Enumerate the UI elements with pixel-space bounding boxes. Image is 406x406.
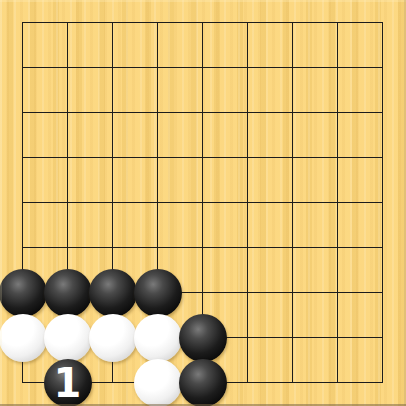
intersection[interactable] — [360, 180, 405, 225]
intersection[interactable] — [135, 135, 180, 180]
intersection[interactable] — [135, 0, 180, 45]
intersection[interactable] — [315, 0, 360, 45]
intersection[interactable] — [315, 360, 360, 405]
intersection[interactable] — [90, 360, 135, 405]
intersection[interactable] — [45, 0, 90, 45]
intersection[interactable] — [90, 135, 135, 180]
intersection[interactable] — [180, 270, 225, 315]
intersection[interactable] — [180, 225, 225, 270]
intersection[interactable] — [135, 180, 180, 225]
intersection[interactable] — [45, 135, 90, 180]
intersection[interactable] — [135, 225, 180, 270]
intersection[interactable] — [270, 270, 315, 315]
intersection[interactable] — [135, 315, 180, 360]
intersection[interactable] — [45, 315, 90, 360]
intersection[interactable] — [45, 225, 90, 270]
intersection[interactable] — [360, 0, 405, 45]
intersection[interactable] — [180, 90, 225, 135]
intersection[interactable] — [135, 360, 180, 405]
intersection[interactable] — [360, 225, 405, 270]
intersection[interactable] — [360, 90, 405, 135]
intersection[interactable] — [90, 225, 135, 270]
intersection[interactable] — [315, 270, 360, 315]
intersection[interactable] — [270, 315, 315, 360]
intersection[interactable] — [360, 135, 405, 180]
intersection[interactable] — [0, 135, 45, 180]
white-stone — [89, 314, 137, 362]
black-stone: 1 — [44, 359, 92, 406]
intersection[interactable] — [225, 90, 270, 135]
intersection[interactable] — [315, 225, 360, 270]
intersection[interactable] — [270, 0, 315, 45]
intersection[interactable] — [360, 270, 405, 315]
intersection[interactable] — [90, 90, 135, 135]
intersection[interactable] — [45, 180, 90, 225]
intersection[interactable] — [45, 45, 90, 90]
intersection[interactable] — [225, 135, 270, 180]
board-grid: 1 — [0, 0, 405, 405]
intersection[interactable] — [45, 270, 90, 315]
intersection[interactable] — [45, 90, 90, 135]
intersection[interactable] — [90, 270, 135, 315]
intersection[interactable] — [225, 0, 270, 45]
intersection[interactable] — [180, 45, 225, 90]
move-number-label: 1 — [44, 359, 92, 406]
intersection[interactable] — [90, 315, 135, 360]
intersection[interactable] — [0, 270, 45, 315]
intersection[interactable] — [270, 360, 315, 405]
intersection[interactable] — [315, 315, 360, 360]
intersection[interactable] — [270, 45, 315, 90]
intersection[interactable] — [180, 360, 225, 405]
intersection[interactable] — [135, 90, 180, 135]
intersection[interactable] — [180, 315, 225, 360]
white-stone — [134, 359, 182, 406]
intersection[interactable] — [90, 180, 135, 225]
intersection[interactable] — [225, 180, 270, 225]
intersection[interactable] — [225, 270, 270, 315]
white-stone — [134, 314, 182, 362]
intersection[interactable] — [135, 45, 180, 90]
intersection[interactable] — [315, 180, 360, 225]
intersection[interactable] — [0, 180, 45, 225]
intersection[interactable] — [270, 135, 315, 180]
intersection[interactable] — [270, 90, 315, 135]
white-stone — [44, 314, 92, 362]
white-stone — [0, 314, 47, 362]
intersection[interactable] — [360, 45, 405, 90]
intersection[interactable] — [0, 225, 45, 270]
black-stone — [179, 359, 227, 406]
intersection[interactable] — [360, 360, 405, 405]
intersection[interactable] — [225, 315, 270, 360]
intersection[interactable] — [315, 90, 360, 135]
intersection[interactable] — [90, 0, 135, 45]
intersection[interactable] — [180, 180, 225, 225]
black-stone — [179, 314, 227, 362]
intersection[interactable] — [270, 180, 315, 225]
intersection[interactable] — [180, 0, 225, 45]
intersection[interactable] — [0, 45, 45, 90]
intersection[interactable] — [0, 0, 45, 45]
intersection[interactable] — [90, 45, 135, 90]
intersection[interactable] — [315, 45, 360, 90]
go-board[interactable]: 1 — [0, 0, 406, 406]
black-stone — [44, 269, 92, 317]
intersection[interactable] — [0, 315, 45, 360]
intersection[interactable]: 1 — [45, 360, 90, 405]
intersection[interactable] — [360, 315, 405, 360]
black-stone — [0, 269, 47, 317]
intersection[interactable] — [180, 135, 225, 180]
intersection[interactable] — [315, 135, 360, 180]
intersection[interactable] — [270, 225, 315, 270]
intersection[interactable] — [225, 225, 270, 270]
intersection[interactable] — [135, 270, 180, 315]
intersection[interactable] — [225, 360, 270, 405]
intersection[interactable] — [0, 90, 45, 135]
intersection[interactable] — [225, 45, 270, 90]
black-stone — [89, 269, 137, 317]
intersection[interactable] — [0, 360, 45, 405]
black-stone — [134, 269, 182, 317]
